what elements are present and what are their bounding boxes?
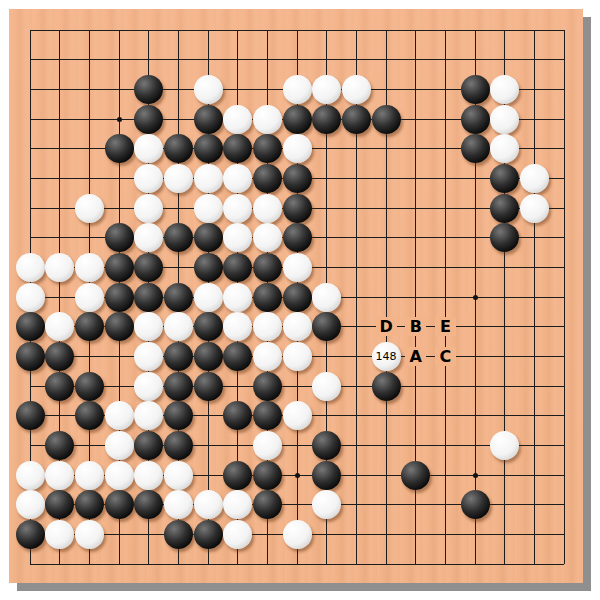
black-stone[interactable]: [134, 283, 163, 312]
annotation-letter-B[interactable]: B: [405, 317, 426, 336]
white-stone[interactable]: [16, 253, 45, 282]
annotation-letter-E[interactable]: E: [435, 317, 456, 336]
black-stone[interactable]: [312, 105, 341, 134]
black-stone[interactable]: [164, 401, 193, 430]
white-stone[interactable]: [490, 431, 519, 460]
white-stone[interactable]: [134, 134, 163, 163]
white-stone[interactable]: [164, 312, 193, 341]
white-stone[interactable]: [283, 253, 312, 282]
white-stone[interactable]: [253, 105, 282, 134]
white-stone[interactable]: [75, 461, 104, 490]
white-stone[interactable]: [134, 194, 163, 223]
white-stone[interactable]: [283, 134, 312, 163]
white-stone[interactable]: [105, 461, 134, 490]
black-stone[interactable]: [283, 223, 312, 252]
white-stone[interactable]: [253, 194, 282, 223]
black-stone[interactable]: [223, 134, 252, 163]
white-stone[interactable]: [312, 75, 341, 104]
white-stone[interactable]: [253, 431, 282, 460]
black-stone[interactable]: [16, 342, 45, 371]
grid-line-horizontal: [30, 564, 565, 565]
white-stone[interactable]: [520, 194, 549, 223]
black-stone[interactable]: [164, 283, 193, 312]
white-stone[interactable]: [490, 134, 519, 163]
white-stone[interactable]: [134, 164, 163, 193]
black-stone[interactable]: [164, 431, 193, 460]
black-stone[interactable]: [283, 194, 312, 223]
white-stone[interactable]: [194, 75, 223, 104]
black-stone[interactable]: [461, 490, 490, 519]
black-stone[interactable]: [283, 283, 312, 312]
black-stone[interactable]: [105, 134, 134, 163]
black-stone[interactable]: [194, 223, 223, 252]
annotation-letter-C[interactable]: C: [435, 347, 456, 366]
white-stone[interactable]: [164, 461, 193, 490]
black-stone[interactable]: [283, 105, 312, 134]
black-stone[interactable]: [253, 134, 282, 163]
star-point: [117, 117, 122, 122]
white-stone[interactable]: [490, 105, 519, 134]
black-stone[interactable]: [134, 105, 163, 134]
black-stone[interactable]: [372, 105, 401, 134]
annotation-letter-D[interactable]: D: [376, 317, 397, 336]
black-stone[interactable]: [253, 490, 282, 519]
black-stone[interactable]: [134, 75, 163, 104]
black-stone[interactable]: [194, 342, 223, 371]
black-stone[interactable]: [134, 253, 163, 282]
black-stone[interactable]: [253, 283, 282, 312]
black-stone[interactable]: [164, 520, 193, 549]
white-stone[interactable]: [134, 401, 163, 430]
white-stone[interactable]: [16, 283, 45, 312]
grid-line-horizontal: [30, 386, 565, 387]
go-game-screenshot: 148DBEAC: [0, 0, 600, 600]
black-stone[interactable]: [45, 431, 74, 460]
black-stone[interactable]: [490, 194, 519, 223]
black-stone[interactable]: [134, 431, 163, 460]
black-stone[interactable]: [223, 342, 252, 371]
white-stone[interactable]: [16, 461, 45, 490]
black-stone[interactable]: [45, 372, 74, 401]
black-stone[interactable]: [194, 312, 223, 341]
move-number-label: 148: [372, 342, 401, 371]
white-stone[interactable]: [520, 164, 549, 193]
white-stone[interactable]: [134, 223, 163, 252]
white-stone[interactable]: [312, 372, 341, 401]
white-stone[interactable]: [253, 342, 282, 371]
black-stone[interactable]: [194, 105, 223, 134]
black-stone[interactable]: [105, 490, 134, 519]
black-stone[interactable]: [283, 164, 312, 193]
black-stone[interactable]: [134, 490, 163, 519]
white-stone[interactable]: [75, 194, 104, 223]
white-stone[interactable]: [134, 342, 163, 371]
black-stone[interactable]: [164, 223, 193, 252]
grid-line-vertical: [445, 30, 446, 565]
black-stone[interactable]: [253, 372, 282, 401]
white-stone[interactable]: [253, 312, 282, 341]
white-stone[interactable]: [45, 461, 74, 490]
white-stone[interactable]: [253, 223, 282, 252]
black-stone[interactable]: [75, 312, 104, 341]
black-stone[interactable]: [164, 134, 193, 163]
star-point: [473, 295, 478, 300]
white-stone[interactable]: [223, 520, 252, 549]
white-stone[interactable]: [223, 105, 252, 134]
white-stone[interactable]: [283, 520, 312, 549]
black-stone[interactable]: [75, 490, 104, 519]
black-stone[interactable]: [342, 105, 371, 134]
white-stone[interactable]: [45, 253, 74, 282]
black-stone[interactable]: [194, 134, 223, 163]
black-stone[interactable]: [16, 401, 45, 430]
white-stone[interactable]: [194, 194, 223, 223]
black-stone[interactable]: [461, 134, 490, 163]
black-stone[interactable]: [16, 520, 45, 549]
white-stone[interactable]: [312, 490, 341, 519]
white-stone[interactable]: [164, 164, 193, 193]
black-stone[interactable]: [372, 372, 401, 401]
black-stone[interactable]: [45, 342, 74, 371]
black-stone[interactable]: [105, 223, 134, 252]
white-stone[interactable]: [75, 520, 104, 549]
white-stone[interactable]: [342, 75, 371, 104]
go-board[interactable]: 148DBEAC: [9, 9, 583, 583]
white-stone[interactable]: [223, 194, 252, 223]
white-stone[interactable]: [134, 312, 163, 341]
black-stone[interactable]: [253, 461, 282, 490]
black-stone[interactable]: [164, 342, 193, 371]
white-stone[interactable]: [223, 490, 252, 519]
white-stone[interactable]: [223, 164, 252, 193]
black-stone[interactable]: [490, 223, 519, 252]
black-stone[interactable]: [312, 461, 341, 490]
white-stone[interactable]: [223, 223, 252, 252]
black-stone[interactable]: [45, 490, 74, 519]
white-stone[interactable]: [75, 253, 104, 282]
white-stone[interactable]: [490, 75, 519, 104]
black-stone[interactable]: [105, 253, 134, 282]
black-stone[interactable]: [223, 253, 252, 282]
white-stone[interactable]: [283, 401, 312, 430]
white-stone[interactable]: [194, 164, 223, 193]
black-stone[interactable]: [75, 372, 104, 401]
black-stone[interactable]: [194, 253, 223, 282]
star-point: [473, 473, 478, 478]
black-stone[interactable]: [164, 372, 193, 401]
white-stone[interactable]: [16, 490, 45, 519]
black-stone[interactable]: [16, 312, 45, 341]
white-stone[interactable]: [134, 461, 163, 490]
white-stone[interactable]: [105, 401, 134, 430]
white-stone[interactable]: [75, 283, 104, 312]
black-stone[interactable]: [253, 164, 282, 193]
white-stone[interactable]: [283, 75, 312, 104]
white-stone[interactable]: [223, 312, 252, 341]
white-stone[interactable]: [194, 283, 223, 312]
black-stone[interactable]: [461, 105, 490, 134]
white-stone[interactable]: [134, 372, 163, 401]
black-stone[interactable]: [401, 461, 430, 490]
white-stone[interactable]: [283, 342, 312, 371]
black-stone[interactable]: [253, 253, 282, 282]
white-stone[interactable]: [194, 490, 223, 519]
white-stone[interactable]: [45, 312, 74, 341]
black-stone[interactable]: [75, 401, 104, 430]
white-stone[interactable]: [283, 312, 312, 341]
black-stone[interactable]: [194, 520, 223, 549]
white-stone[interactable]: [45, 520, 74, 549]
grid-line-vertical: [534, 30, 535, 565]
black-stone[interactable]: [490, 164, 519, 193]
white-stone[interactable]: [105, 431, 134, 460]
annotation-letter-A[interactable]: A: [405, 347, 426, 366]
white-stone[interactable]: [312, 283, 341, 312]
black-stone[interactable]: [223, 461, 252, 490]
black-stone[interactable]: [461, 75, 490, 104]
grid-line-vertical: [564, 30, 565, 565]
black-stone[interactable]: [105, 283, 134, 312]
black-stone[interactable]: [105, 312, 134, 341]
star-point: [295, 473, 300, 478]
black-stone[interactable]: [223, 401, 252, 430]
black-stone[interactable]: [312, 431, 341, 460]
black-stone[interactable]: [194, 372, 223, 401]
black-stone[interactable]: [312, 312, 341, 341]
black-stone[interactable]: [253, 401, 282, 430]
white-stone[interactable]: [164, 490, 193, 519]
white-stone[interactable]: [223, 283, 252, 312]
